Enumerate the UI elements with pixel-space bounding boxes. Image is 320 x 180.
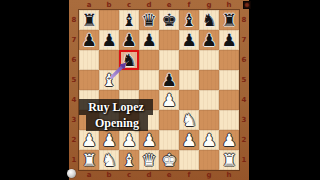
black-pawn[interactable]: ♟ (139, 30, 159, 50)
square-c7[interactable]: ♟ (119, 30, 139, 50)
rank-label: 7 (239, 30, 249, 50)
square-f7[interactable]: ♟ (179, 30, 199, 50)
white-bishop[interactable]: ♝ (99, 70, 119, 90)
rank-label: 6 (69, 50, 79, 70)
rank-label: 6 (239, 50, 249, 70)
white-pawn[interactable]: ♟ (99, 130, 119, 150)
opening-name-line2: Opening (86, 115, 148, 131)
square-a6[interactable] (79, 50, 99, 70)
square-f2[interactable]: ♟ (179, 130, 199, 150)
square-d7[interactable]: ♟ (139, 30, 159, 50)
rank-label: 5 (69, 70, 79, 90)
watermark-logo-icon (67, 169, 76, 178)
white-queen[interactable]: ♛ (139, 150, 159, 170)
file-label: b (99, 170, 119, 180)
file-labels-bottom: abcdefgh (79, 170, 239, 180)
square-e6[interactable] (159, 50, 179, 70)
file-label: a (79, 0, 99, 10)
square-b5[interactable]: ♝ (99, 70, 119, 90)
square-b2[interactable]: ♟ (99, 130, 119, 150)
file-label: g (199, 170, 219, 180)
square-h1[interactable]: ♜ (219, 150, 239, 170)
square-h6[interactable] (219, 50, 239, 70)
rank-label: 4 (69, 90, 79, 110)
black-queen[interactable]: ♛ (139, 10, 159, 30)
file-label: e (159, 0, 179, 10)
rank-label: 8 (69, 10, 79, 30)
square-f1[interactable] (179, 150, 199, 170)
square-h2[interactable]: ♟ (219, 130, 239, 150)
white-pawn[interactable]: ♟ (79, 130, 99, 150)
corner-badge-icon (243, 1, 251, 9)
file-label: f (179, 0, 199, 10)
board-squares: ♜♝♛♚♝♞♜♟♟♟♟♟♟♟♞♝♟♟♞♟♟♟♟♟♟♟♜♞♝♛♚♜ (79, 10, 239, 170)
white-pawn[interactable]: ♟ (159, 90, 179, 110)
square-d5[interactable] (139, 70, 159, 90)
rank-label: 1 (69, 150, 79, 170)
black-bishop[interactable]: ♝ (119, 10, 139, 30)
black-pawn[interactable]: ♟ (219, 30, 239, 50)
white-pawn[interactable]: ♟ (219, 130, 239, 150)
file-labels-top: abcdefgh (79, 0, 239, 10)
square-a2[interactable]: ♟ (79, 130, 99, 150)
rank-label: 3 (239, 110, 249, 130)
square-c1[interactable]: ♝ (119, 150, 139, 170)
rank-label: 2 (69, 130, 79, 150)
square-h5[interactable] (219, 70, 239, 90)
rank-label: 2 (239, 130, 249, 150)
black-pawn[interactable]: ♟ (119, 30, 139, 50)
square-a1[interactable]: ♜ (79, 150, 99, 170)
square-g7[interactable]: ♟ (199, 30, 219, 50)
rank-label: 7 (69, 30, 79, 50)
screenshot-frame: abcdefgh abcdefgh 87654321 87654321 ♜♝♛♚… (0, 0, 320, 180)
square-g2[interactable]: ♟ (199, 130, 219, 150)
square-e1[interactable]: ♚ (159, 150, 179, 170)
file-label: c (119, 170, 139, 180)
file-label: f (179, 170, 199, 180)
square-e7[interactable] (159, 30, 179, 50)
file-label: a (79, 170, 99, 180)
square-g4[interactable] (199, 90, 219, 110)
rank-label: 8 (239, 10, 249, 30)
square-f4[interactable] (179, 90, 199, 110)
black-rook[interactable]: ♜ (79, 10, 99, 30)
square-f5[interactable] (179, 70, 199, 90)
black-pawn[interactable]: ♟ (159, 70, 179, 90)
white-rook[interactable]: ♜ (219, 150, 239, 170)
rank-label: 3 (69, 110, 79, 130)
white-bishop[interactable]: ♝ (119, 150, 139, 170)
square-c8[interactable]: ♝ (119, 10, 139, 30)
square-h7[interactable]: ♟ (219, 30, 239, 50)
file-label: d (139, 170, 159, 180)
square-c6[interactable]: ♞ (119, 50, 139, 70)
white-pawn[interactable]: ♟ (199, 130, 219, 150)
square-e8[interactable]: ♚ (159, 10, 179, 30)
square-e2[interactable] (159, 130, 179, 150)
rank-labels-right: 87654321 (239, 10, 249, 170)
square-g8[interactable]: ♞ (199, 10, 219, 30)
white-knight[interactable]: ♞ (99, 150, 119, 170)
black-pawn[interactable]: ♟ (199, 30, 219, 50)
rank-labels-left: 87654321 (69, 10, 79, 170)
white-pawn[interactable]: ♟ (119, 130, 139, 150)
square-b7[interactable]: ♟ (99, 30, 119, 50)
square-e4[interactable]: ♟ (159, 90, 179, 110)
file-label: c (119, 0, 139, 10)
file-label: d (139, 0, 159, 10)
black-knight[interactable]: ♞ (119, 50, 139, 70)
square-d6[interactable] (139, 50, 159, 70)
opening-name-line1: Ruy Lopez (79, 99, 153, 115)
black-knight[interactable]: ♞ (199, 10, 219, 30)
file-label: h (219, 170, 239, 180)
square-h3[interactable] (219, 110, 239, 130)
square-f8[interactable]: ♝ (179, 10, 199, 30)
white-knight[interactable]: ♞ (179, 110, 199, 130)
square-g6[interactable] (199, 50, 219, 70)
black-king[interactable]: ♚ (159, 10, 179, 30)
white-pawn[interactable]: ♟ (179, 130, 199, 150)
white-rook[interactable]: ♜ (79, 150, 99, 170)
black-pawn[interactable]: ♟ (179, 30, 199, 50)
chess-board: abcdefgh abcdefgh 87654321 87654321 ♜♝♛♚… (69, 0, 249, 180)
square-g3[interactable] (199, 110, 219, 130)
square-c5[interactable] (119, 70, 139, 90)
black-bishop[interactable]: ♝ (179, 10, 199, 30)
square-d1[interactable]: ♛ (139, 150, 159, 170)
square-e5[interactable]: ♟ (159, 70, 179, 90)
square-g5[interactable] (199, 70, 219, 90)
black-pawn[interactable]: ♟ (99, 30, 119, 50)
square-f6[interactable] (179, 50, 199, 70)
white-pawn[interactable]: ♟ (139, 130, 159, 150)
square-d2[interactable]: ♟ (139, 130, 159, 150)
square-g1[interactable] (199, 150, 219, 170)
rank-label: 1 (239, 150, 249, 170)
square-a8[interactable]: ♜ (79, 10, 99, 30)
square-e3[interactable] (159, 110, 179, 130)
file-label: h (219, 0, 239, 10)
white-king[interactable]: ♚ (159, 150, 179, 170)
file-label: b (99, 0, 119, 10)
square-h8[interactable]: ♜ (219, 10, 239, 30)
square-a5[interactable] (79, 70, 99, 90)
square-b8[interactable] (99, 10, 119, 30)
square-h4[interactable] (219, 90, 239, 110)
square-a7[interactable]: ♟ (79, 30, 99, 50)
file-label: g (199, 0, 219, 10)
rank-label: 4 (239, 90, 249, 110)
square-f3[interactable]: ♞ (179, 110, 199, 130)
square-b6[interactable] (99, 50, 119, 70)
square-c2[interactable]: ♟ (119, 130, 139, 150)
square-d8[interactable]: ♛ (139, 10, 159, 30)
file-label: e (159, 170, 179, 180)
square-b1[interactable]: ♞ (99, 150, 119, 170)
rank-label: 5 (239, 70, 249, 90)
black-rook[interactable]: ♜ (219, 10, 239, 30)
black-pawn[interactable]: ♟ (79, 30, 99, 50)
